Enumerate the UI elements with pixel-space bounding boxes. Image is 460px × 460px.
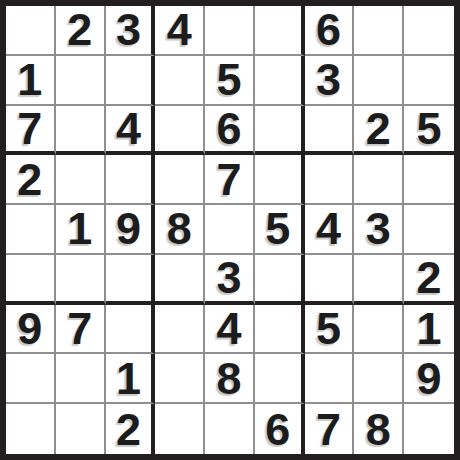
given-digit: 4 xyxy=(167,7,192,52)
cell-r9c9[interactable] xyxy=(404,404,454,454)
cell-r9c7[interactable]: 7 xyxy=(305,404,355,454)
cell-r6c2[interactable] xyxy=(56,255,106,305)
given-digit: 2 xyxy=(417,255,442,300)
cell-r6c4[interactable] xyxy=(155,255,205,305)
cell-r2c3[interactable] xyxy=(106,56,156,106)
given-digit: 5 xyxy=(265,206,290,251)
cell-r5c9[interactable] xyxy=(404,205,454,255)
cell-r5c2[interactable]: 1 xyxy=(56,205,106,255)
cell-r3c5[interactable]: 6 xyxy=(205,106,255,156)
cell-r7c8[interactable] xyxy=(354,305,404,355)
cell-r5c1[interactable] xyxy=(6,205,56,255)
given-digit: 2 xyxy=(17,157,42,202)
cell-r8c3[interactable]: 1 xyxy=(106,354,156,404)
given-digit: 2 xyxy=(366,106,391,151)
sudoku-board: 2346153746252719854332974511892678 xyxy=(0,0,460,460)
cell-r6c9[interactable]: 2 xyxy=(404,255,454,305)
cell-r7c1[interactable]: 9 xyxy=(6,305,56,355)
cell-r8c8[interactable] xyxy=(354,354,404,404)
given-digit: 6 xyxy=(316,7,341,52)
cell-r5c5[interactable] xyxy=(205,205,255,255)
cell-r8c2[interactable] xyxy=(56,354,106,404)
cell-r3c6[interactable] xyxy=(255,106,305,156)
cell-r6c6[interactable] xyxy=(255,255,305,305)
given-digit: 3 xyxy=(366,206,391,251)
cell-r7c3[interactable] xyxy=(106,305,156,355)
cell-r4c4[interactable] xyxy=(155,155,205,205)
cell-r1c7[interactable]: 6 xyxy=(305,6,355,56)
cell-r7c7[interactable]: 5 xyxy=(305,305,355,355)
given-digit: 1 xyxy=(417,306,442,351)
cell-r3c8[interactable]: 2 xyxy=(354,106,404,156)
cell-r6c3[interactable] xyxy=(106,255,156,305)
given-digit: 4 xyxy=(216,306,241,351)
cell-r2c7[interactable]: 3 xyxy=(305,56,355,106)
cell-r1c2[interactable]: 2 xyxy=(56,6,106,56)
cell-r3c7[interactable] xyxy=(305,106,355,156)
cell-r3c9[interactable]: 5 xyxy=(404,106,454,156)
cell-r5c3[interactable]: 9 xyxy=(106,205,156,255)
cell-r8c9[interactable]: 9 xyxy=(404,354,454,404)
given-digit: 4 xyxy=(116,106,141,151)
cell-r3c3[interactable]: 4 xyxy=(106,106,156,156)
cell-r2c4[interactable] xyxy=(155,56,205,106)
cell-r6c1[interactable] xyxy=(6,255,56,305)
cell-r8c6[interactable] xyxy=(255,354,305,404)
cell-r5c6[interactable]: 5 xyxy=(255,205,305,255)
cell-r7c2[interactable]: 7 xyxy=(56,305,106,355)
cell-r4c6[interactable] xyxy=(255,155,305,205)
cell-r4c5[interactable]: 7 xyxy=(205,155,255,205)
given-digit: 6 xyxy=(265,407,290,452)
cell-r1c1[interactable] xyxy=(6,6,56,56)
cell-r9c1[interactable] xyxy=(6,404,56,454)
given-digit: 7 xyxy=(316,407,341,452)
cell-r1c9[interactable] xyxy=(404,6,454,56)
given-digit: 1 xyxy=(67,206,92,251)
given-digit: 7 xyxy=(17,106,42,151)
given-digit: 3 xyxy=(116,7,141,52)
given-digit: 2 xyxy=(67,7,92,52)
given-digit: 5 xyxy=(216,57,241,102)
given-digit: 9 xyxy=(417,356,442,401)
cell-r1c5[interactable] xyxy=(205,6,255,56)
given-digit: 8 xyxy=(167,206,192,251)
given-digit: 6 xyxy=(216,106,241,151)
cell-r2c2[interactable] xyxy=(56,56,106,106)
cell-r4c8[interactable] xyxy=(354,155,404,205)
cell-r5c4[interactable]: 8 xyxy=(155,205,205,255)
cell-r6c7[interactable] xyxy=(305,255,355,305)
cell-r1c4[interactable]: 4 xyxy=(155,6,205,56)
cell-r5c7[interactable]: 4 xyxy=(305,205,355,255)
cell-r3c2[interactable] xyxy=(56,106,106,156)
given-digit: 7 xyxy=(67,306,92,351)
cell-r7c9[interactable]: 1 xyxy=(404,305,454,355)
cell-r4c3[interactable] xyxy=(106,155,156,205)
cell-r1c3[interactable]: 3 xyxy=(106,6,156,56)
cell-r9c4[interactable] xyxy=(155,404,205,454)
given-digit: 3 xyxy=(216,255,241,300)
cell-r1c6[interactable] xyxy=(255,6,305,56)
cell-r8c4[interactable] xyxy=(155,354,205,404)
cell-r7c4[interactable] xyxy=(155,305,205,355)
cell-r9c6[interactable]: 6 xyxy=(255,404,305,454)
given-digit: 7 xyxy=(216,157,241,202)
given-digit: 1 xyxy=(116,356,141,401)
given-digit: 2 xyxy=(116,407,141,452)
cell-r2c6[interactable] xyxy=(255,56,305,106)
given-digit: 9 xyxy=(17,306,42,351)
cell-r1c8[interactable] xyxy=(354,6,404,56)
cell-r8c1[interactable] xyxy=(6,354,56,404)
cell-r4c1[interactable]: 2 xyxy=(6,155,56,205)
cell-r5c8[interactable]: 3 xyxy=(354,205,404,255)
cell-r9c5[interactable] xyxy=(205,404,255,454)
cell-r3c1[interactable]: 7 xyxy=(6,106,56,156)
given-digit: 8 xyxy=(366,407,391,452)
given-digit: 3 xyxy=(316,57,341,102)
given-digit: 9 xyxy=(116,206,141,251)
cell-r8c7[interactable] xyxy=(305,354,355,404)
cell-r6c8[interactable] xyxy=(354,255,404,305)
cell-r7c5[interactable]: 4 xyxy=(205,305,255,355)
cell-r4c2[interactable] xyxy=(56,155,106,205)
cell-r3c4[interactable] xyxy=(155,106,205,156)
cell-r9c2[interactable] xyxy=(56,404,106,454)
cell-r2c9[interactable] xyxy=(404,56,454,106)
cell-r7c6[interactable] xyxy=(255,305,305,355)
cell-r2c1[interactable]: 1 xyxy=(6,56,56,106)
cell-r2c5[interactable]: 5 xyxy=(205,56,255,106)
given-digit: 5 xyxy=(316,306,341,351)
cell-r4c9[interactable] xyxy=(404,155,454,205)
cell-r8c5[interactable]: 8 xyxy=(205,354,255,404)
given-digit: 1 xyxy=(17,57,42,102)
cell-r9c8[interactable]: 8 xyxy=(354,404,404,454)
cell-r4c7[interactable] xyxy=(305,155,355,205)
given-digit: 5 xyxy=(417,106,442,151)
given-digit: 8 xyxy=(216,356,241,401)
cell-r9c3[interactable]: 2 xyxy=(106,404,156,454)
given-digit: 4 xyxy=(316,206,341,251)
cell-r6c5[interactable]: 3 xyxy=(205,255,255,305)
cell-r2c8[interactable] xyxy=(354,56,404,106)
